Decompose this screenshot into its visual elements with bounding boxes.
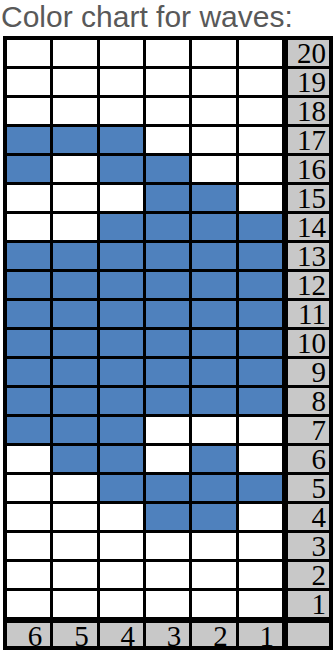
row-label-16: 16 — [285, 156, 329, 182]
column-label-6: 6 — [7, 620, 50, 646]
chart-cell-row9-stitch5 — [53, 359, 96, 385]
chart-cell-row17-stitch1 — [239, 127, 282, 153]
chart-cell-row12-stitch3 — [146, 272, 189, 298]
chart-cell-row4-stitch2 — [192, 504, 235, 530]
chart-cell-row11-stitch3 — [146, 301, 189, 327]
chart-cell-row6-stitch6 — [7, 446, 50, 472]
column-label-1: 1 — [239, 620, 282, 646]
row-label-8: 8 — [285, 388, 329, 414]
chart-cell-row20-stitch5 — [53, 40, 96, 66]
chart-cell-row4-stitch5 — [53, 504, 96, 530]
row-label-11: 11 — [285, 301, 329, 327]
chart-cell-row3-stitch6 — [7, 533, 50, 559]
chart-cell-row9-stitch3 — [146, 359, 189, 385]
page-title: Color chart for waves: — [0, 0, 336, 36]
chart-cell-row16-stitch6 — [7, 156, 50, 182]
chart-cell-row7-stitch4 — [100, 417, 143, 443]
chart-cell-row8-stitch1 — [239, 388, 282, 414]
chart-cell-row17-stitch3 — [146, 127, 189, 153]
chart-cell-row1-stitch4 — [100, 591, 143, 617]
chart-cell-row11-stitch2 — [192, 301, 235, 327]
chart-cell-row7-stitch2 — [192, 417, 235, 443]
chart-cell-row17-stitch6 — [7, 127, 50, 153]
column-label-3: 3 — [146, 620, 189, 646]
chart-cell-row13-stitch5 — [53, 243, 96, 269]
row-label-20: 20 — [285, 40, 329, 66]
chart-cell-row13-stitch1 — [239, 243, 282, 269]
chart-cell-row18-stitch2 — [192, 98, 235, 124]
chart-cell-row13-stitch4 — [100, 243, 143, 269]
chart-cell-row11-stitch1 — [239, 301, 282, 327]
column-label-5: 5 — [53, 620, 96, 646]
chart-cell-row9-stitch6 — [7, 359, 50, 385]
chart-cell-row4-stitch1 — [239, 504, 282, 530]
chart-cell-row10-stitch6 — [7, 330, 50, 356]
row-label-15: 15 — [285, 185, 329, 211]
page: Color chart for waves: 20191817161514131… — [0, 0, 336, 650]
chart-cell-row14-stitch5 — [53, 214, 96, 240]
chart-cell-row4-stitch4 — [100, 504, 143, 530]
chart-cell-row5-stitch5 — [53, 475, 96, 501]
chart-cell-row14-stitch1 — [239, 214, 282, 240]
chart-cell-row3-stitch3 — [146, 533, 189, 559]
chart-cell-row15-stitch6 — [7, 185, 50, 211]
chart-cell-row15-stitch4 — [100, 185, 143, 211]
chart-cell-row10-stitch3 — [146, 330, 189, 356]
chart-cell-row18-stitch5 — [53, 98, 96, 124]
chart-cell-row7-stitch1 — [239, 417, 282, 443]
row-label-14: 14 — [285, 214, 329, 240]
chart-cell-row12-stitch4 — [100, 272, 143, 298]
chart-cell-row8-stitch2 — [192, 388, 235, 414]
column-label-2: 2 — [192, 620, 235, 646]
row-label-2: 2 — [285, 562, 329, 588]
row-label-5: 5 — [285, 475, 329, 501]
chart-cell-row1-stitch1 — [239, 591, 282, 617]
chart-cell-row8-stitch4 — [100, 388, 143, 414]
chart-cell-row5-stitch3 — [146, 475, 189, 501]
row-label-9: 9 — [285, 359, 329, 385]
column-label-4: 4 — [100, 620, 143, 646]
chart-cell-row5-stitch1 — [239, 475, 282, 501]
chart-cell-row9-stitch2 — [192, 359, 235, 385]
chart-cell-row3-stitch4 — [100, 533, 143, 559]
chart-cell-row6-stitch3 — [146, 446, 189, 472]
chart-cell-row16-stitch1 — [239, 156, 282, 182]
chart-cell-row12-stitch1 — [239, 272, 282, 298]
row-label-1: 1 — [285, 591, 329, 617]
row-label-10: 10 — [285, 330, 329, 356]
chart-cell-row19-stitch2 — [192, 69, 235, 95]
chart-cell-row19-stitch3 — [146, 69, 189, 95]
chart-cell-row20-stitch1 — [239, 40, 282, 66]
chart-cell-row2-stitch4 — [100, 562, 143, 588]
chart-cell-row10-stitch2 — [192, 330, 235, 356]
chart-cell-row6-stitch5 — [53, 446, 96, 472]
chart-cell-row2-stitch5 — [53, 562, 96, 588]
chart-cell-row8-stitch6 — [7, 388, 50, 414]
chart-cell-row10-stitch1 — [239, 330, 282, 356]
chart-cell-row3-stitch5 — [53, 533, 96, 559]
chart-cell-row18-stitch6 — [7, 98, 50, 124]
chart-cell-row19-stitch4 — [100, 69, 143, 95]
chart-cell-row7-stitch6 — [7, 417, 50, 443]
row-label-13: 13 — [285, 243, 329, 269]
chart-cell-row11-stitch6 — [7, 301, 50, 327]
chart-cell-row20-stitch2 — [192, 40, 235, 66]
chart-cell-row9-stitch4 — [100, 359, 143, 385]
chart-cell-row6-stitch1 — [239, 446, 282, 472]
chart-cell-row18-stitch4 — [100, 98, 143, 124]
chart-cell-row7-stitch5 — [53, 417, 96, 443]
chart-cell-row20-stitch3 — [146, 40, 189, 66]
chart-cell-row18-stitch1 — [239, 98, 282, 124]
chart-cell-row10-stitch4 — [100, 330, 143, 356]
row-label-17: 17 — [285, 127, 329, 153]
chart-cell-row19-stitch6 — [7, 69, 50, 95]
chart-cell-row11-stitch5 — [53, 301, 96, 327]
row-label-19: 19 — [285, 69, 329, 95]
chart-cell-row15-stitch1 — [239, 185, 282, 211]
chart-cell-row16-stitch3 — [146, 156, 189, 182]
chart-cell-row8-stitch5 — [53, 388, 96, 414]
row-label-7: 7 — [285, 417, 329, 443]
chart-cell-row6-stitch2 — [192, 446, 235, 472]
chart-cell-row17-stitch5 — [53, 127, 96, 153]
chart-cell-row16-stitch2 — [192, 156, 235, 182]
chart-cell-row16-stitch5 — [53, 156, 96, 182]
chart-cell-row14-stitch4 — [100, 214, 143, 240]
chart-cell-row4-stitch3 — [146, 504, 189, 530]
chart-cell-row19-stitch5 — [53, 69, 96, 95]
chart-cell-row13-stitch3 — [146, 243, 189, 269]
chart-cell-row1-stitch6 — [7, 591, 50, 617]
chart-cell-row3-stitch2 — [192, 533, 235, 559]
chart-cell-row20-stitch6 — [7, 40, 50, 66]
chart-cell-row5-stitch2 — [192, 475, 235, 501]
chart-cell-row10-stitch5 — [53, 330, 96, 356]
chart-cell-row6-stitch4 — [100, 446, 143, 472]
row-label-6: 6 — [285, 446, 329, 472]
chart-cell-row1-stitch3 — [146, 591, 189, 617]
row-label-4: 4 — [285, 504, 329, 530]
chart-cell-row12-stitch5 — [53, 272, 96, 298]
color-chart-grid: 2019181716151413121110987654321654321 — [3, 36, 333, 650]
chart-cell-row4-stitch6 — [7, 504, 50, 530]
chart-cell-row14-stitch2 — [192, 214, 235, 240]
chart-cell-row1-stitch5 — [53, 591, 96, 617]
chart-cell-row5-stitch6 — [7, 475, 50, 501]
chart-cell-row13-stitch2 — [192, 243, 235, 269]
chart-cell-row17-stitch4 — [100, 127, 143, 153]
chart-cell-row17-stitch2 — [192, 127, 235, 153]
chart-cell-row15-stitch3 — [146, 185, 189, 211]
chart-cell-row2-stitch3 — [146, 562, 189, 588]
chart-cell-row2-stitch2 — [192, 562, 235, 588]
chart-cell-row16-stitch4 — [100, 156, 143, 182]
corner-cell — [285, 620, 329, 646]
chart-cell-row20-stitch4 — [100, 40, 143, 66]
chart-cell-row12-stitch2 — [192, 272, 235, 298]
chart-cell-row1-stitch2 — [192, 591, 235, 617]
row-label-18: 18 — [285, 98, 329, 124]
chart-cell-row19-stitch1 — [239, 69, 282, 95]
chart-cell-row7-stitch3 — [146, 417, 189, 443]
chart-cell-row11-stitch4 — [100, 301, 143, 327]
chart-cell-row14-stitch6 — [7, 214, 50, 240]
chart-cell-row13-stitch6 — [7, 243, 50, 269]
row-label-3: 3 — [285, 533, 329, 559]
chart-cell-row2-stitch6 — [7, 562, 50, 588]
chart-cell-row14-stitch3 — [146, 214, 189, 240]
chart-cell-row3-stitch1 — [239, 533, 282, 559]
chart-cell-row15-stitch5 — [53, 185, 96, 211]
chart-cell-row18-stitch3 — [146, 98, 189, 124]
chart-cell-row9-stitch1 — [239, 359, 282, 385]
chart-cell-row5-stitch4 — [100, 475, 143, 501]
chart-cell-row2-stitch1 — [239, 562, 282, 588]
chart-cell-row15-stitch2 — [192, 185, 235, 211]
chart-cell-row8-stitch3 — [146, 388, 189, 414]
row-label-12: 12 — [285, 272, 329, 298]
chart-cell-row12-stitch6 — [7, 272, 50, 298]
